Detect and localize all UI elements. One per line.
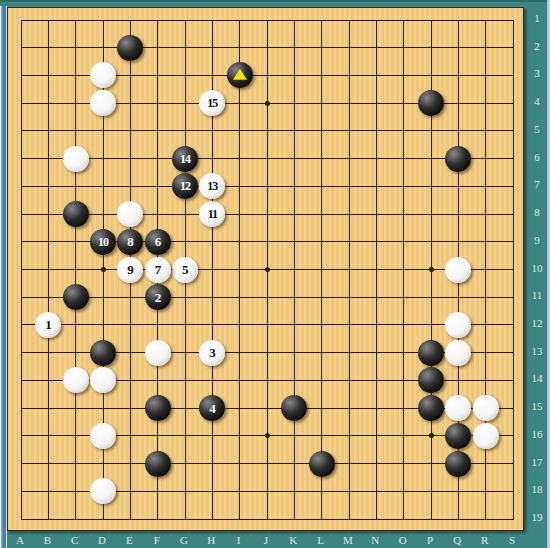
stone-black-P4[interactable] [418, 90, 444, 116]
stone-white-D14[interactable] [90, 367, 116, 393]
stone-white-E8[interactable] [117, 201, 143, 227]
stone-white-D3[interactable] [90, 62, 116, 88]
window-left-edge [0, 6, 7, 548]
stone-white-Q10[interactable] [445, 257, 471, 283]
column-label-F: F [148, 534, 166, 546]
stone-black-E2[interactable] [117, 35, 143, 61]
star-point [265, 433, 270, 438]
stone-black-L17[interactable] [309, 451, 335, 477]
column-label-D: D [93, 534, 111, 546]
grid-line-vertical [239, 20, 240, 520]
move-number: 14 [180, 152, 190, 164]
stone-black-P15[interactable] [418, 395, 444, 421]
grid-line-horizontal [21, 47, 514, 48]
column-label-A: A [11, 534, 29, 546]
stone-white-E10[interactable]: 9 [117, 257, 143, 283]
stone-white-F10[interactable]: 7 [145, 257, 171, 283]
stone-black-C11[interactable] [63, 284, 89, 310]
stone-black-P14[interactable] [418, 367, 444, 393]
row-label-18: 18 [526, 483, 548, 495]
star-point [429, 433, 434, 438]
stone-white-H7[interactable]: 13 [199, 173, 225, 199]
stone-white-B12[interactable]: 1 [35, 312, 61, 338]
window-top-edge [0, 0, 550, 2]
row-label-11: 11 [526, 289, 548, 301]
column-label-C: C [66, 534, 84, 546]
column-label-G: G [175, 534, 193, 546]
stone-white-D18[interactable] [90, 478, 116, 504]
row-label-17: 17 [526, 456, 548, 468]
row-label-12: 12 [526, 317, 548, 329]
stone-black-Q16[interactable] [445, 423, 471, 449]
row-label-15: 15 [526, 400, 548, 412]
grid-line-horizontal [21, 130, 514, 131]
stone-black-F9[interactable]: 6 [145, 229, 171, 255]
grid-line-vertical [21, 20, 22, 520]
column-label-Q: Q [448, 534, 466, 546]
stone-white-Q15[interactable] [445, 395, 471, 421]
star-point [101, 267, 106, 272]
row-label-5: 5 [526, 123, 548, 135]
row-label-2: 2 [526, 40, 548, 52]
stone-black-E9[interactable]: 8 [117, 229, 143, 255]
stone-white-C6[interactable] [63, 146, 89, 172]
grid-line-vertical [349, 20, 350, 520]
move-number: 11 [208, 208, 217, 220]
go-app-window: 123456789101112131415 ABCDEFGHIJKLMNOPQR… [0, 0, 550, 548]
move-number: 12 [180, 180, 190, 192]
stone-black-G6[interactable]: 14 [172, 146, 198, 172]
row-label-4: 4 [526, 95, 548, 107]
move-number: 13 [207, 180, 217, 192]
star-point [265, 267, 270, 272]
column-label-B: B [38, 534, 56, 546]
grid-line-vertical [403, 20, 404, 520]
grid-line-horizontal [21, 324, 514, 325]
stone-black-K15[interactable] [281, 395, 307, 421]
move-number: 8 [127, 235, 133, 248]
stone-white-F13[interactable] [145, 340, 171, 366]
row-label-6: 6 [526, 151, 548, 163]
grid-line-vertical [376, 20, 377, 520]
row-label-8: 8 [526, 206, 548, 218]
star-point [265, 101, 270, 106]
grid-line-horizontal [21, 297, 514, 298]
move-number: 10 [98, 235, 108, 247]
stone-black-H15[interactable]: 4 [199, 395, 225, 421]
row-label-1: 1 [526, 12, 548, 24]
column-label-N: N [366, 534, 384, 546]
go-board[interactable]: 123456789101112131415 [7, 7, 524, 531]
column-label-H: H [202, 534, 220, 546]
row-label-9: 9 [526, 234, 548, 246]
grid-line-vertical [75, 20, 76, 520]
row-label-7: 7 [526, 178, 548, 190]
column-label-S: S [503, 534, 521, 546]
stone-black-F11[interactable]: 2 [145, 284, 171, 310]
row-label-14: 14 [526, 372, 548, 384]
stone-black-D9[interactable]: 10 [90, 229, 116, 255]
grid-line-vertical [321, 20, 322, 520]
stone-white-R15[interactable] [473, 395, 499, 421]
grid-line-vertical [513, 20, 514, 520]
stone-black-D13[interactable] [90, 340, 116, 366]
grid-line-horizontal [21, 20, 514, 21]
move-number: 7 [155, 263, 161, 276]
stone-white-H4[interactable]: 15 [199, 90, 225, 116]
grid-line-horizontal [21, 186, 514, 187]
move-number: 4 [209, 401, 215, 414]
stone-black-G7[interactable]: 12 [172, 173, 198, 199]
stone-black-F15[interactable] [145, 395, 171, 421]
row-label-3: 3 [526, 67, 548, 79]
stone-white-Q13[interactable] [445, 340, 471, 366]
star-point [429, 267, 434, 272]
move-number: 1 [45, 318, 51, 331]
stone-white-G10[interactable]: 5 [172, 257, 198, 283]
grid-line-horizontal [21, 158, 514, 159]
row-label-10: 10 [526, 262, 548, 274]
move-number: 15 [207, 97, 217, 109]
row-label-13: 13 [526, 345, 548, 357]
move-number: 2 [155, 290, 161, 303]
stone-white-Q12[interactable] [445, 312, 471, 338]
stone-white-R16[interactable] [473, 423, 499, 449]
stone-black-C8[interactable] [63, 201, 89, 227]
grid-line-vertical [48, 20, 49, 520]
move-number: 3 [209, 346, 215, 359]
row-label-19: 19 [526, 511, 548, 523]
move-number: 5 [182, 263, 188, 276]
grid-line-horizontal [21, 463, 514, 464]
column-label-P: P [421, 534, 439, 546]
column-label-K: K [284, 534, 302, 546]
grid-line-horizontal [21, 214, 514, 215]
stone-white-C14[interactable] [63, 367, 89, 393]
move-number: 9 [127, 263, 133, 276]
column-label-E: E [120, 534, 138, 546]
stone-black-P13[interactable] [418, 340, 444, 366]
stone-black-I3[interactable] [227, 62, 253, 88]
column-label-I: I [230, 534, 248, 546]
column-label-R: R [476, 534, 494, 546]
grid-line-horizontal [21, 519, 514, 520]
triangle-marker-icon [233, 69, 247, 80]
grid-line-vertical [294, 20, 295, 520]
stone-white-D4[interactable] [90, 90, 116, 116]
column-label-J: J [257, 534, 275, 546]
row-label-16: 16 [526, 428, 548, 440]
stone-white-D16[interactable] [90, 423, 116, 449]
stone-white-H8[interactable]: 11 [199, 201, 225, 227]
stone-white-H13[interactable]: 3 [199, 340, 225, 366]
move-number: 6 [155, 235, 161, 248]
stone-black-Q17[interactable] [445, 451, 471, 477]
stone-black-F17[interactable] [145, 451, 171, 477]
column-label-L: L [312, 534, 330, 546]
column-label-M: M [339, 534, 357, 546]
column-label-O: O [394, 534, 412, 546]
stone-black-Q6[interactable] [445, 146, 471, 172]
